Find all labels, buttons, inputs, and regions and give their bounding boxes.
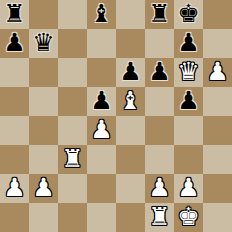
square-c1[interactable] xyxy=(58,203,87,232)
square-c3[interactable]: ♜ xyxy=(58,145,87,174)
square-g1[interactable]: ♚ xyxy=(174,203,203,232)
square-c8[interactable] xyxy=(58,0,87,29)
square-e3[interactable] xyxy=(116,145,145,174)
piece-black-pawn: ♟ xyxy=(177,86,199,115)
piece-white-pawn: ♟ xyxy=(90,115,112,144)
square-d2[interactable] xyxy=(87,174,116,203)
square-b5[interactable] xyxy=(29,87,58,116)
piece-black-king: ♚ xyxy=(177,0,199,28)
square-g6[interactable]: ♛ xyxy=(174,58,203,87)
square-a3[interactable] xyxy=(0,145,29,174)
square-f4[interactable] xyxy=(145,116,174,145)
square-h8[interactable] xyxy=(203,0,232,29)
square-h7[interactable] xyxy=(203,29,232,58)
square-b6[interactable] xyxy=(29,58,58,87)
square-e2[interactable] xyxy=(116,174,145,203)
piece-black-queen: ♛ xyxy=(32,28,54,57)
square-h3[interactable] xyxy=(203,145,232,174)
square-d8[interactable]: ♝ xyxy=(87,0,116,29)
square-d7[interactable] xyxy=(87,29,116,58)
square-d6[interactable] xyxy=(87,58,116,87)
piece-black-pawn: ♟ xyxy=(119,57,141,86)
square-g2[interactable]: ♟ xyxy=(174,174,203,203)
square-g5[interactable]: ♟ xyxy=(174,87,203,116)
square-c4[interactable] xyxy=(58,116,87,145)
square-b8[interactable] xyxy=(29,0,58,29)
square-f6[interactable]: ♟ xyxy=(145,58,174,87)
square-a6[interactable] xyxy=(0,58,29,87)
square-f5[interactable] xyxy=(145,87,174,116)
square-h5[interactable] xyxy=(203,87,232,116)
square-h6[interactable]: ♟ xyxy=(203,58,232,87)
square-a5[interactable] xyxy=(0,87,29,116)
square-d5[interactable]: ♟ xyxy=(87,87,116,116)
piece-white-pawn: ♟ xyxy=(32,173,54,202)
square-e7[interactable] xyxy=(116,29,145,58)
square-h4[interactable] xyxy=(203,116,232,145)
square-c5[interactable] xyxy=(58,87,87,116)
piece-black-rook: ♜ xyxy=(148,0,170,28)
square-f2[interactable]: ♟ xyxy=(145,174,174,203)
piece-white-king: ♚ xyxy=(177,202,199,231)
piece-black-rook: ♜ xyxy=(3,0,25,28)
square-a8[interactable]: ♜ xyxy=(0,0,29,29)
piece-white-pawn: ♟ xyxy=(177,173,199,202)
square-h2[interactable] xyxy=(203,174,232,203)
square-b2[interactable]: ♟ xyxy=(29,174,58,203)
piece-white-rook: ♜ xyxy=(61,144,83,173)
piece-black-pawn: ♟ xyxy=(3,28,25,57)
piece-white-bishop: ♝ xyxy=(119,86,141,115)
square-h1[interactable] xyxy=(203,203,232,232)
square-b7[interactable]: ♛ xyxy=(29,29,58,58)
square-f1[interactable]: ♜ xyxy=(145,203,174,232)
square-a2[interactable]: ♟ xyxy=(0,174,29,203)
piece-white-rook: ♜ xyxy=(148,202,170,231)
square-f7[interactable] xyxy=(145,29,174,58)
square-a4[interactable] xyxy=(0,116,29,145)
square-b4[interactable] xyxy=(29,116,58,145)
piece-white-queen: ♛ xyxy=(177,57,199,86)
square-f3[interactable] xyxy=(145,145,174,174)
square-a1[interactable] xyxy=(0,203,29,232)
piece-black-bishop: ♝ xyxy=(90,0,112,28)
square-g8[interactable]: ♚ xyxy=(174,0,203,29)
square-e5[interactable]: ♝ xyxy=(116,87,145,116)
piece-black-pawn: ♟ xyxy=(148,57,170,86)
square-c7[interactable] xyxy=(58,29,87,58)
piece-black-pawn: ♟ xyxy=(90,86,112,115)
square-e1[interactable] xyxy=(116,203,145,232)
square-a7[interactable]: ♟ xyxy=(0,29,29,58)
square-e8[interactable] xyxy=(116,0,145,29)
square-g4[interactable] xyxy=(174,116,203,145)
square-d4[interactable]: ♟ xyxy=(87,116,116,145)
square-d1[interactable] xyxy=(87,203,116,232)
square-d3[interactable] xyxy=(87,145,116,174)
piece-black-pawn: ♟ xyxy=(177,28,199,57)
square-c6[interactable] xyxy=(58,58,87,87)
piece-white-pawn: ♟ xyxy=(3,173,25,202)
square-g7[interactable]: ♟ xyxy=(174,29,203,58)
piece-white-pawn: ♟ xyxy=(206,57,228,86)
square-b1[interactable] xyxy=(29,203,58,232)
square-c2[interactable] xyxy=(58,174,87,203)
square-e4[interactable] xyxy=(116,116,145,145)
square-f8[interactable]: ♜ xyxy=(145,0,174,29)
square-g3[interactable] xyxy=(174,145,203,174)
piece-white-pawn: ♟ xyxy=(148,173,170,202)
square-b3[interactable] xyxy=(29,145,58,174)
chess-board: ♜♝♜♚♟♛♟♟♟♛♟♟♝♟♟♜♟♟♟♟♜♚ xyxy=(0,0,232,232)
square-e6[interactable]: ♟ xyxy=(116,58,145,87)
